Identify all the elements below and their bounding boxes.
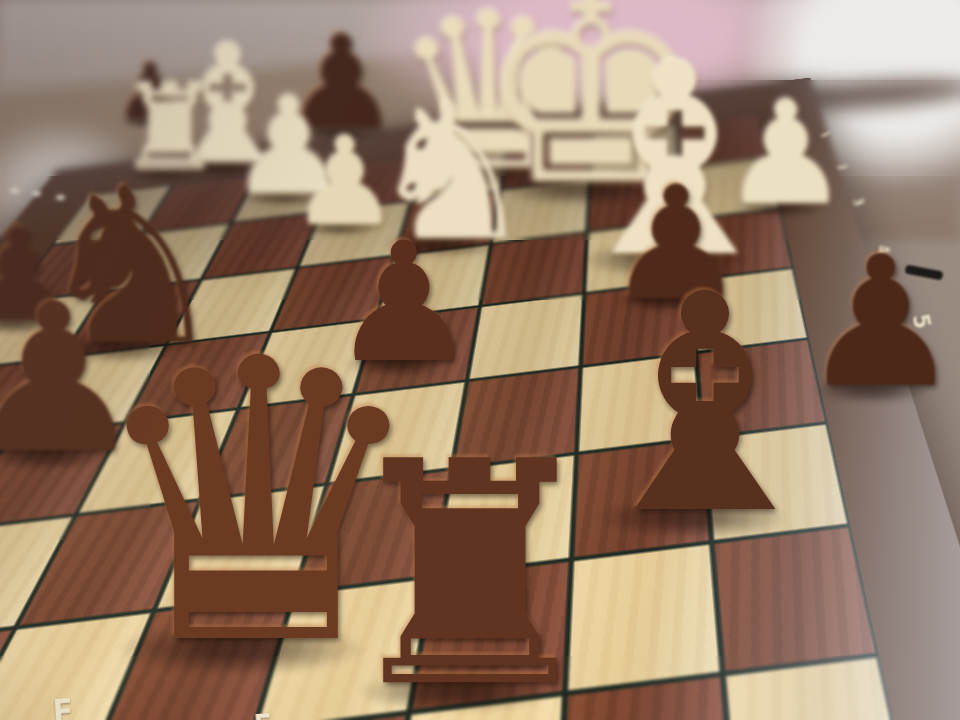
black-rook-d8[interactable]: ♜ bbox=[332, 422, 608, 720]
black-bishop-glyph: ♝ bbox=[571, 256, 840, 556]
pieces-layer: ♜♝♟♟♞♛♚♝♟♟♞♟♟♟♝♟♛♜♟♟ bbox=[0, 0, 960, 720]
black-bishop-c7[interactable]: ♝ bbox=[571, 256, 840, 556]
chess-photo-scene: FE54321 ♜♝♟♟♞♛♚♝♟♟♞♟♟♟♝♟♛♜♟♟ bbox=[0, 0, 960, 720]
black-rook-glyph: ♜ bbox=[332, 422, 608, 720]
